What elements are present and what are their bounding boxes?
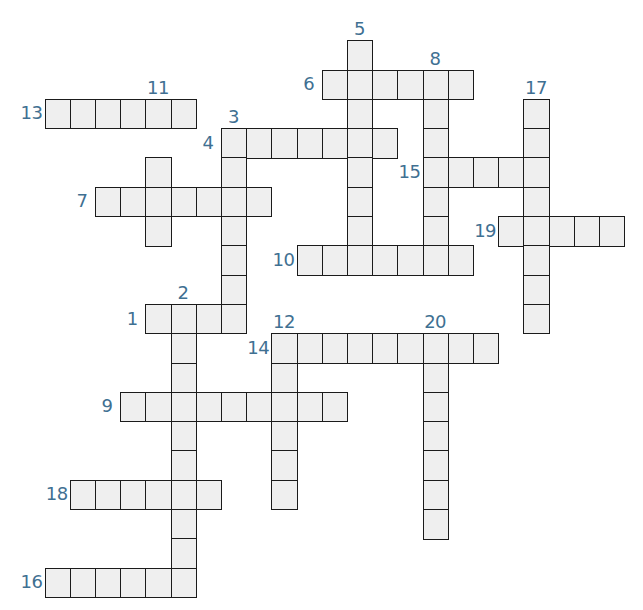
cell[interactable] bbox=[271, 363, 297, 394]
cell[interactable] bbox=[372, 70, 398, 101]
cell[interactable] bbox=[145, 568, 171, 599]
cell[interactable] bbox=[523, 275, 549, 306]
clue-number-6: 6 bbox=[303, 75, 314, 93]
cell[interactable] bbox=[120, 99, 146, 130]
cell[interactable] bbox=[322, 333, 348, 364]
cell[interactable] bbox=[423, 157, 449, 188]
cell[interactable] bbox=[196, 187, 222, 218]
cell[interactable] bbox=[145, 480, 171, 511]
cell[interactable] bbox=[423, 333, 449, 364]
clue-number-13: 13 bbox=[21, 104, 43, 122]
cell[interactable] bbox=[523, 245, 549, 276]
cell[interactable] bbox=[171, 538, 197, 569]
cell[interactable] bbox=[120, 392, 146, 423]
cell[interactable] bbox=[171, 480, 197, 511]
cell[interactable] bbox=[221, 187, 247, 218]
cell[interactable] bbox=[297, 128, 323, 159]
cell[interactable] bbox=[95, 187, 121, 218]
clue-number-19: 19 bbox=[474, 222, 496, 240]
clue-number-20: 20 bbox=[424, 313, 446, 331]
cell[interactable] bbox=[423, 421, 449, 452]
cell[interactable] bbox=[120, 187, 146, 218]
cell[interactable] bbox=[171, 450, 197, 481]
cell[interactable] bbox=[523, 157, 549, 188]
cell[interactable] bbox=[347, 333, 373, 364]
cell[interactable] bbox=[196, 304, 222, 335]
clue-number-14: 14 bbox=[247, 339, 269, 357]
clue-number-12: 12 bbox=[273, 313, 295, 331]
clue-number-2: 2 bbox=[178, 284, 189, 302]
cell[interactable] bbox=[523, 99, 549, 130]
cell[interactable] bbox=[171, 568, 197, 599]
cell[interactable] bbox=[246, 128, 272, 159]
cell[interactable] bbox=[196, 480, 222, 511]
cell[interactable] bbox=[297, 245, 323, 276]
crossword-board: 1234567891011121314151617181920 bbox=[0, 0, 643, 610]
cell[interactable] bbox=[473, 333, 499, 364]
cell[interactable] bbox=[297, 333, 323, 364]
cell[interactable] bbox=[423, 70, 449, 101]
cell[interactable] bbox=[271, 450, 297, 481]
cell[interactable] bbox=[473, 157, 499, 188]
cell[interactable] bbox=[145, 216, 171, 247]
cell[interactable] bbox=[221, 392, 247, 423]
cell[interactable] bbox=[448, 157, 474, 188]
clue-number-10: 10 bbox=[273, 251, 295, 269]
clue-number-15: 15 bbox=[399, 163, 421, 181]
cell[interactable] bbox=[423, 216, 449, 247]
cell[interactable] bbox=[347, 70, 373, 101]
cell[interactable] bbox=[347, 40, 373, 71]
cell[interactable] bbox=[221, 275, 247, 306]
cell[interactable] bbox=[599, 216, 625, 247]
cell[interactable] bbox=[448, 70, 474, 101]
cell[interactable] bbox=[523, 128, 549, 159]
cell[interactable] bbox=[70, 99, 96, 130]
clue-number-4: 4 bbox=[202, 134, 213, 152]
cell[interactable] bbox=[523, 304, 549, 335]
cell[interactable] bbox=[221, 304, 247, 335]
cell[interactable] bbox=[120, 480, 146, 511]
cell[interactable] bbox=[145, 99, 171, 130]
cell[interactable] bbox=[397, 333, 423, 364]
cell[interactable] bbox=[145, 187, 171, 218]
cell[interactable] bbox=[347, 128, 373, 159]
cell[interactable] bbox=[145, 304, 171, 335]
clue-number-7: 7 bbox=[76, 192, 87, 210]
cell[interactable] bbox=[271, 480, 297, 511]
cell[interactable] bbox=[196, 392, 222, 423]
cell[interactable] bbox=[423, 245, 449, 276]
cell[interactable] bbox=[95, 480, 121, 511]
cell[interactable] bbox=[347, 245, 373, 276]
cell[interactable] bbox=[171, 363, 197, 394]
cell[interactable] bbox=[221, 128, 247, 159]
clue-number-16: 16 bbox=[21, 573, 43, 591]
cell[interactable] bbox=[423, 187, 449, 218]
cell[interactable] bbox=[322, 128, 348, 159]
cell[interactable] bbox=[70, 480, 96, 511]
cell[interactable] bbox=[423, 392, 449, 423]
cell[interactable] bbox=[95, 99, 121, 130]
cell[interactable] bbox=[171, 333, 197, 364]
cell[interactable] bbox=[523, 187, 549, 218]
cell[interactable] bbox=[221, 216, 247, 247]
cell[interactable] bbox=[221, 157, 247, 188]
cell[interactable] bbox=[372, 333, 398, 364]
cell[interactable] bbox=[145, 157, 171, 188]
cell[interactable] bbox=[347, 99, 373, 130]
cell[interactable] bbox=[397, 70, 423, 101]
cell[interactable] bbox=[574, 216, 600, 247]
cell[interactable] bbox=[423, 509, 449, 540]
cell[interactable] bbox=[271, 421, 297, 452]
cell[interactable] bbox=[271, 128, 297, 159]
clue-number-5: 5 bbox=[354, 20, 365, 38]
cell[interactable] bbox=[322, 70, 348, 101]
cell[interactable] bbox=[372, 245, 398, 276]
clue-number-1: 1 bbox=[127, 310, 138, 328]
cell[interactable] bbox=[498, 157, 524, 188]
cell[interactable] bbox=[523, 216, 549, 247]
cell[interactable] bbox=[246, 392, 272, 423]
cell[interactable] bbox=[347, 157, 373, 188]
cell[interactable] bbox=[397, 245, 423, 276]
cell[interactable] bbox=[171, 187, 197, 218]
cell[interactable] bbox=[448, 245, 474, 276]
cell[interactable] bbox=[448, 333, 474, 364]
cell[interactable] bbox=[423, 480, 449, 511]
cell[interactable] bbox=[347, 216, 373, 247]
cell[interactable] bbox=[423, 363, 449, 394]
cell[interactable] bbox=[347, 187, 373, 218]
cell[interactable] bbox=[271, 333, 297, 364]
cell[interactable] bbox=[372, 128, 398, 159]
cell[interactable] bbox=[271, 392, 297, 423]
clue-number-9: 9 bbox=[102, 397, 113, 415]
cell[interactable] bbox=[145, 392, 171, 423]
cell[interactable] bbox=[45, 568, 71, 599]
cell[interactable] bbox=[171, 99, 197, 130]
cell[interactable] bbox=[70, 568, 96, 599]
clue-number-18: 18 bbox=[46, 485, 68, 503]
cell[interactable] bbox=[45, 99, 71, 130]
cell[interactable] bbox=[423, 99, 449, 130]
cell[interactable] bbox=[297, 392, 323, 423]
clue-number-11: 11 bbox=[147, 79, 169, 97]
cell[interactable] bbox=[322, 245, 348, 276]
cell[interactable] bbox=[171, 421, 197, 452]
cell[interactable] bbox=[423, 450, 449, 481]
cell[interactable] bbox=[120, 568, 146, 599]
cell[interactable] bbox=[171, 304, 197, 335]
clue-number-3: 3 bbox=[228, 108, 239, 126]
clue-number-17: 17 bbox=[525, 79, 547, 97]
cell[interactable] bbox=[549, 216, 575, 247]
cell[interactable] bbox=[246, 187, 272, 218]
cell[interactable] bbox=[322, 392, 348, 423]
cell[interactable] bbox=[171, 509, 197, 540]
cell[interactable] bbox=[423, 128, 449, 159]
cell[interactable] bbox=[95, 568, 121, 599]
cell[interactable] bbox=[171, 392, 197, 423]
clue-number-8: 8 bbox=[430, 50, 441, 68]
cell[interactable] bbox=[498, 216, 524, 247]
cell[interactable] bbox=[221, 245, 247, 276]
